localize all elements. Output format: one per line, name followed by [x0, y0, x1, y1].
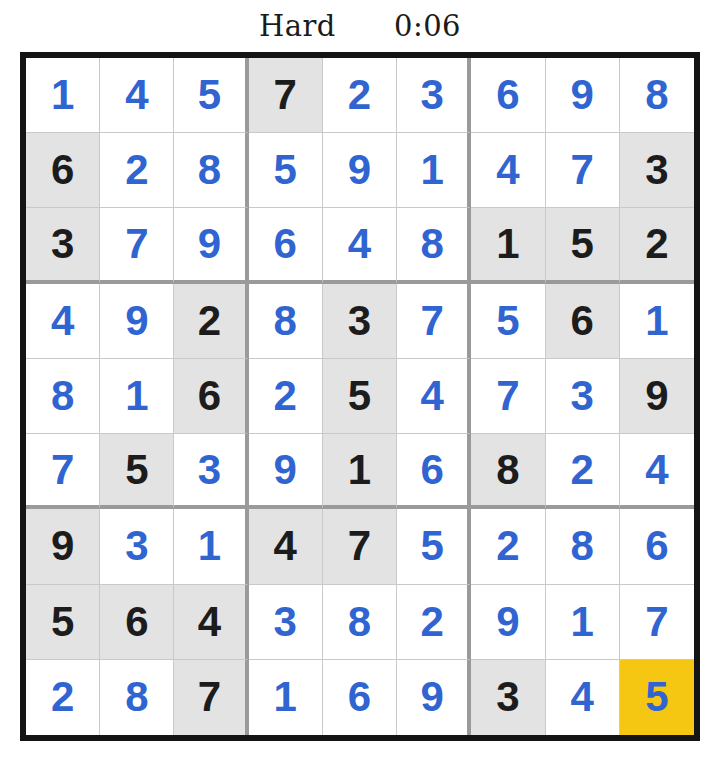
cell-r1c2[interactable]: 4	[100, 58, 174, 133]
cell-r2c1[interactable]: 6	[26, 133, 100, 208]
cell-r2c8[interactable]: 7	[546, 133, 620, 208]
cell-r9c8[interactable]: 4	[546, 660, 620, 735]
cell-r8c2[interactable]: 6	[100, 585, 174, 660]
cell-r2c2[interactable]: 2	[100, 133, 174, 208]
cell-r3c5[interactable]: 4	[323, 208, 397, 283]
cell-r9c4[interactable]: 1	[249, 660, 323, 735]
cell-r5c9[interactable]: 9	[620, 359, 694, 434]
cell-r6c9[interactable]: 4	[620, 434, 694, 509]
cell-r1c5[interactable]: 2	[323, 58, 397, 133]
cell-r7c7[interactable]: 2	[471, 509, 545, 584]
cell-r9c1[interactable]: 2	[26, 660, 100, 735]
cell-r3c1[interactable]: 3	[26, 208, 100, 283]
cell-r7c6[interactable]: 5	[397, 509, 471, 584]
cell-r2c4[interactable]: 5	[249, 133, 323, 208]
sudoku-board: 1457236986285914733796481524928375618162…	[20, 52, 700, 741]
cell-r6c6[interactable]: 6	[397, 434, 471, 509]
cell-r1c4[interactable]: 7	[249, 58, 323, 133]
cell-r2c3[interactable]: 8	[174, 133, 248, 208]
cell-r8c6[interactable]: 2	[397, 585, 471, 660]
cell-r5c6[interactable]: 4	[397, 359, 471, 434]
cell-r7c5[interactable]: 7	[323, 509, 397, 584]
cell-r6c1[interactable]: 7	[26, 434, 100, 509]
cell-r6c2[interactable]: 5	[100, 434, 174, 509]
cell-r9c9[interactable]: 5	[620, 660, 694, 735]
cell-r4c9[interactable]: 1	[620, 284, 694, 359]
cell-r9c5[interactable]: 6	[323, 660, 397, 735]
cell-r4c7[interactable]: 5	[471, 284, 545, 359]
cell-r2c6[interactable]: 1	[397, 133, 471, 208]
cell-r5c3[interactable]: 6	[174, 359, 248, 434]
timer: 0:06	[394, 9, 461, 43]
cell-r1c3[interactable]: 5	[174, 58, 248, 133]
cell-r8c8[interactable]: 1	[546, 585, 620, 660]
cell-r6c8[interactable]: 2	[546, 434, 620, 509]
cell-r3c8[interactable]: 5	[546, 208, 620, 283]
cell-r3c6[interactable]: 8	[397, 208, 471, 283]
cell-r7c1[interactable]: 9	[26, 509, 100, 584]
cell-r3c3[interactable]: 9	[174, 208, 248, 283]
cell-r8c9[interactable]: 7	[620, 585, 694, 660]
cell-r4c5[interactable]: 3	[323, 284, 397, 359]
cell-r2c9[interactable]: 3	[620, 133, 694, 208]
cell-r4c6[interactable]: 7	[397, 284, 471, 359]
cell-r8c1[interactable]: 5	[26, 585, 100, 660]
cell-r7c3[interactable]: 1	[174, 509, 248, 584]
cell-r8c5[interactable]: 8	[323, 585, 397, 660]
cell-r5c2[interactable]: 1	[100, 359, 174, 434]
cell-r9c3[interactable]: 7	[174, 660, 248, 735]
cell-r9c6[interactable]: 9	[397, 660, 471, 735]
cell-r5c5[interactable]: 5	[323, 359, 397, 434]
cell-r2c5[interactable]: 9	[323, 133, 397, 208]
cell-r7c4[interactable]: 4	[249, 509, 323, 584]
cell-r8c4[interactable]: 3	[249, 585, 323, 660]
cell-r4c4[interactable]: 8	[249, 284, 323, 359]
cell-r9c2[interactable]: 8	[100, 660, 174, 735]
sudoku-page: Hard 0:06 145723698628591473379648152492…	[0, 0, 720, 761]
cell-r3c9[interactable]: 2	[620, 208, 694, 283]
cell-r4c8[interactable]: 6	[546, 284, 620, 359]
cell-r3c2[interactable]: 7	[100, 208, 174, 283]
cell-r6c7[interactable]: 8	[471, 434, 545, 509]
cell-r1c8[interactable]: 9	[546, 58, 620, 133]
cell-r4c3[interactable]: 2	[174, 284, 248, 359]
cell-r6c5[interactable]: 1	[323, 434, 397, 509]
cell-r5c7[interactable]: 7	[471, 359, 545, 434]
cell-r7c8[interactable]: 8	[546, 509, 620, 584]
cell-r1c7[interactable]: 6	[471, 58, 545, 133]
cell-r8c7[interactable]: 9	[471, 585, 545, 660]
cell-r7c2[interactable]: 3	[100, 509, 174, 584]
cell-r3c7[interactable]: 1	[471, 208, 545, 283]
cell-r6c4[interactable]: 9	[249, 434, 323, 509]
cell-r2c7[interactable]: 4	[471, 133, 545, 208]
cell-r1c6[interactable]: 3	[397, 58, 471, 133]
cell-r1c9[interactable]: 8	[620, 58, 694, 133]
cell-r5c4[interactable]: 2	[249, 359, 323, 434]
cell-r9c7[interactable]: 3	[471, 660, 545, 735]
cell-r4c2[interactable]: 9	[100, 284, 174, 359]
cell-r5c1[interactable]: 8	[26, 359, 100, 434]
cell-r4c1[interactable]: 4	[26, 284, 100, 359]
puzzle-header: Hard 0:06	[0, 0, 720, 52]
cell-r1c1[interactable]: 1	[26, 58, 100, 133]
cell-r6c3[interactable]: 3	[174, 434, 248, 509]
difficulty-label: Hard	[259, 9, 336, 43]
cell-r5c8[interactable]: 3	[546, 359, 620, 434]
cell-r7c9[interactable]: 6	[620, 509, 694, 584]
cell-r3c4[interactable]: 6	[249, 208, 323, 283]
cell-r8c3[interactable]: 4	[174, 585, 248, 660]
